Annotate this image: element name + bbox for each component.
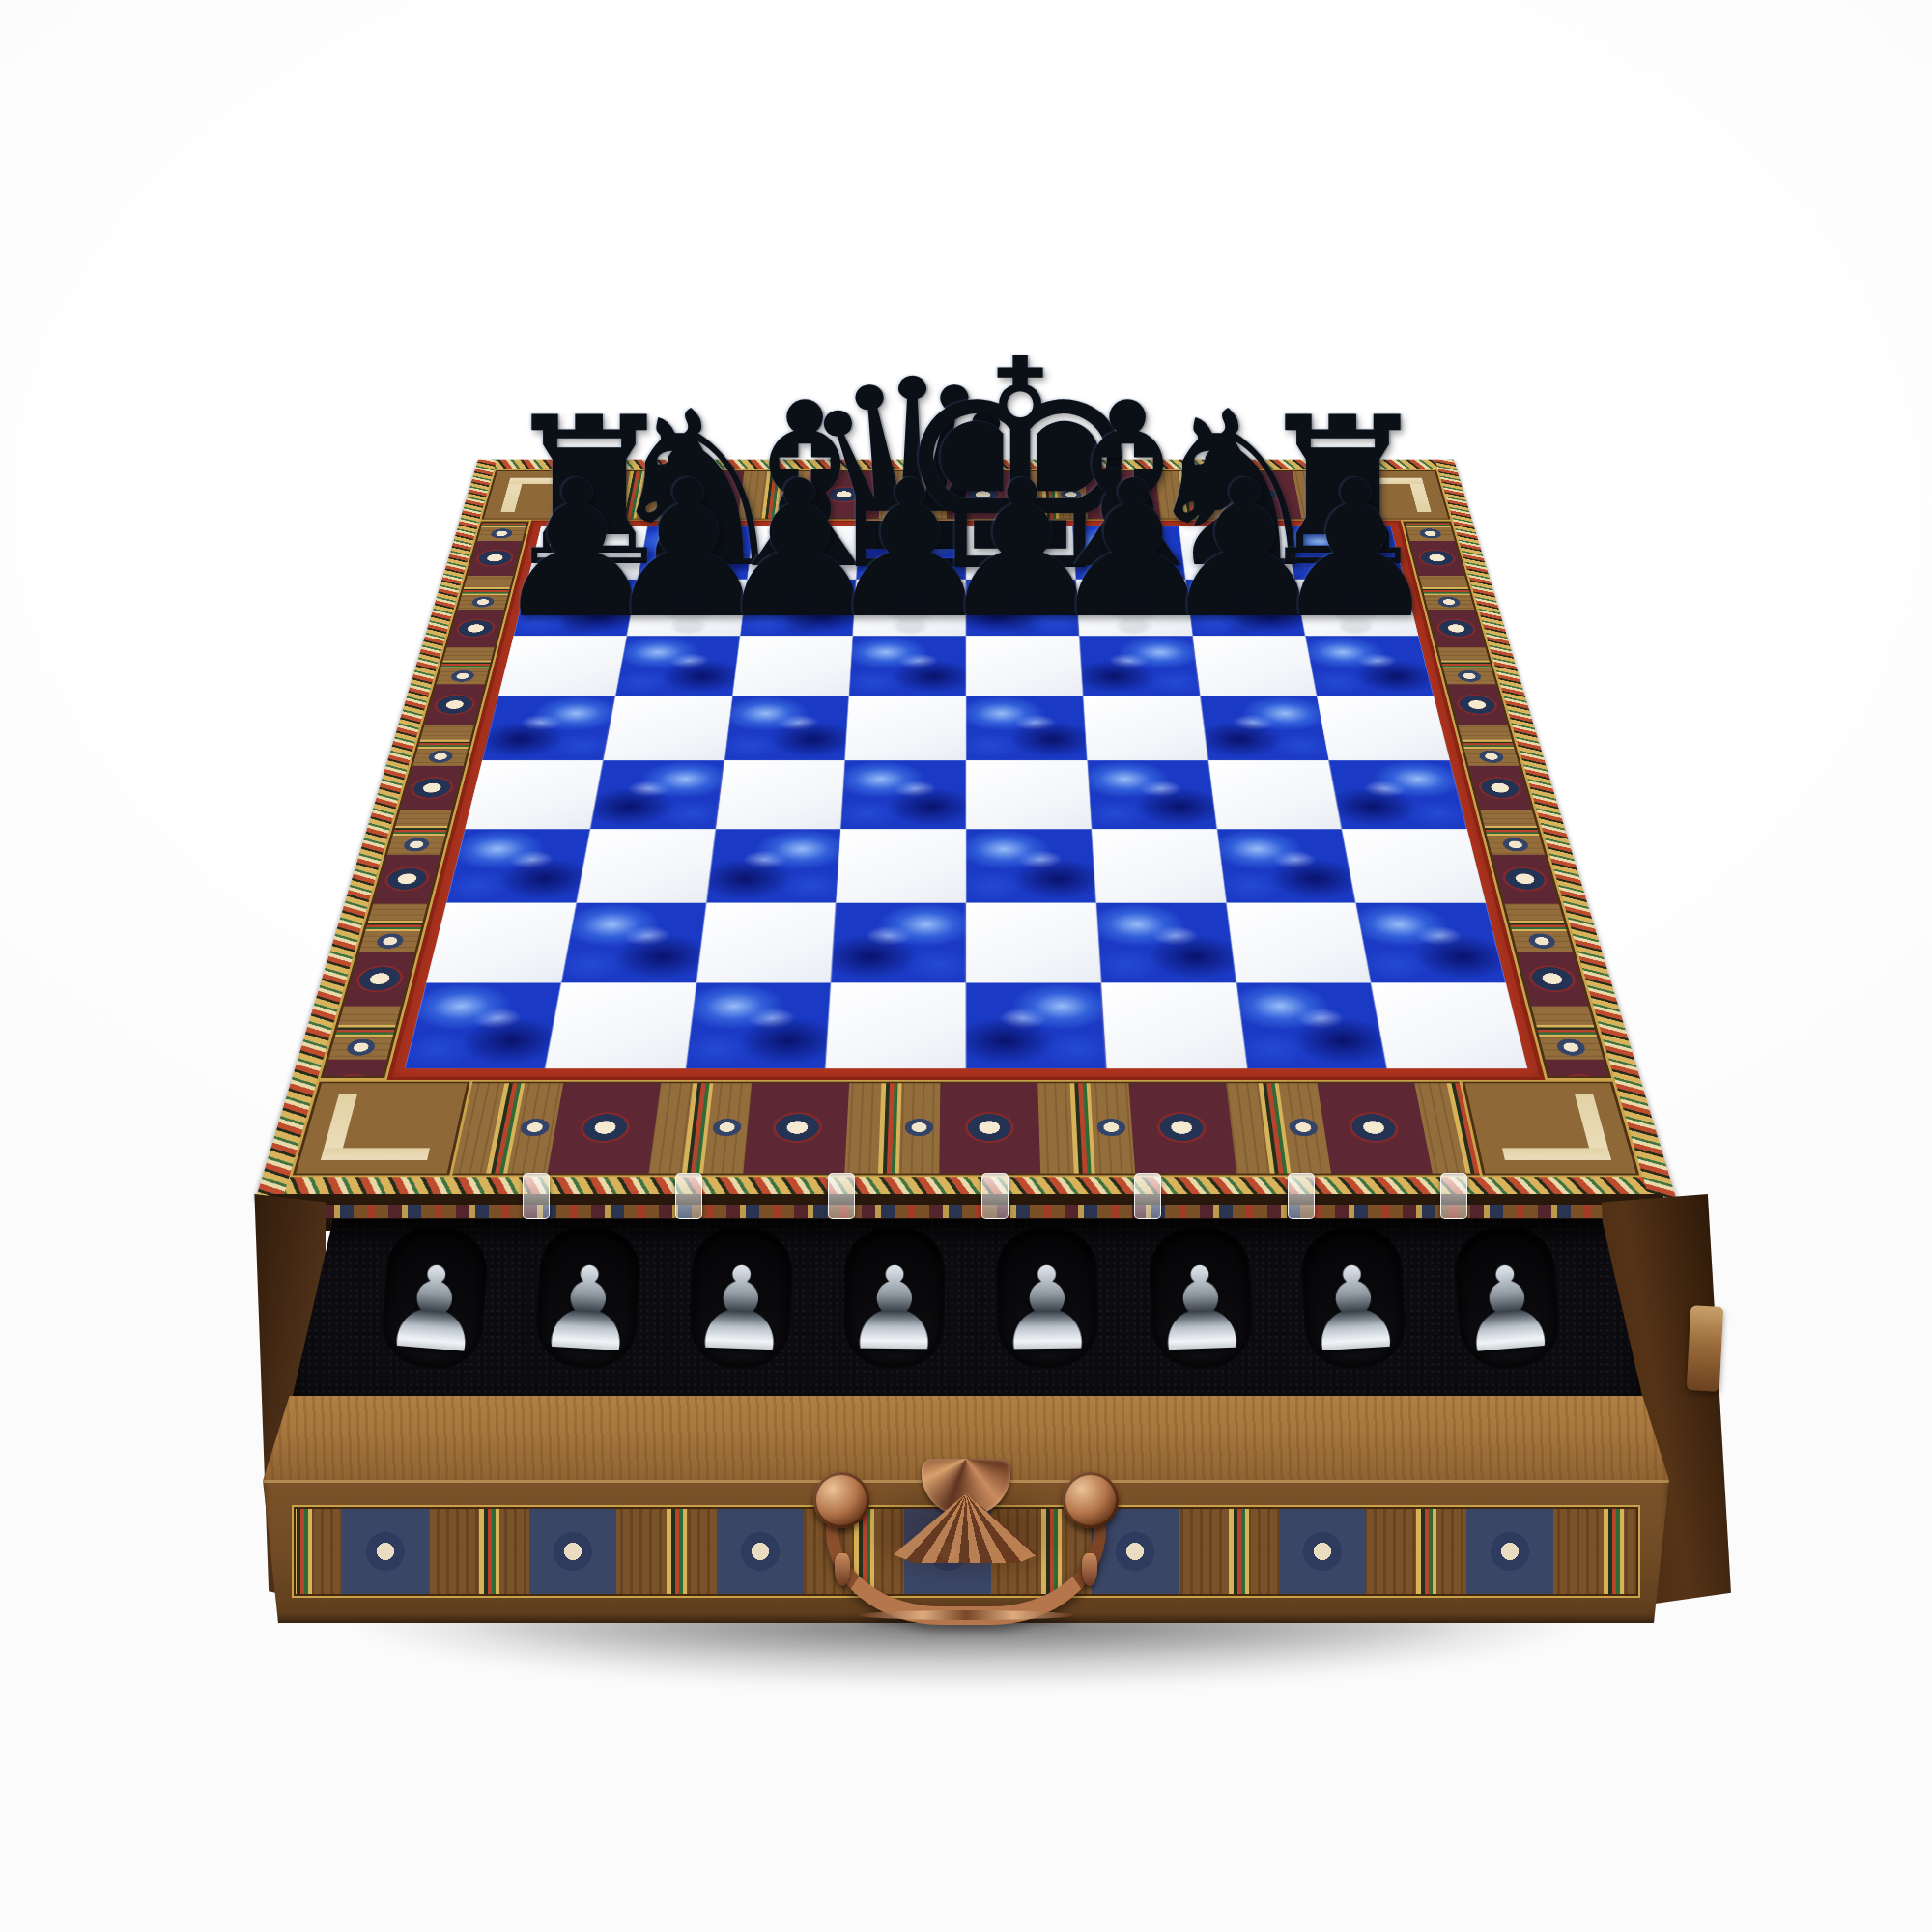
piece-layer: ♜♜♞♞♝♝♛♛♚♚♝♝♞♞♜♜♟♟♟♟♟♟♟♟♟♟♟♟♟♟♟♟ <box>0 0 1932 1932</box>
piece-reflection: ♟ <box>1270 550 1440 644</box>
product-photo-stage: ♟♟♟♟♟♟♟♟ ♜♜♞♞♝♝♛♛♚♚♝♝♞♞♜♜♟♟♟♟♟♟♟♟♟♟♟♟♟♟♟… <box>0 0 1932 1932</box>
piece-black-pawn-h7[interactable]: ♟♟ <box>1270 455 1440 644</box>
